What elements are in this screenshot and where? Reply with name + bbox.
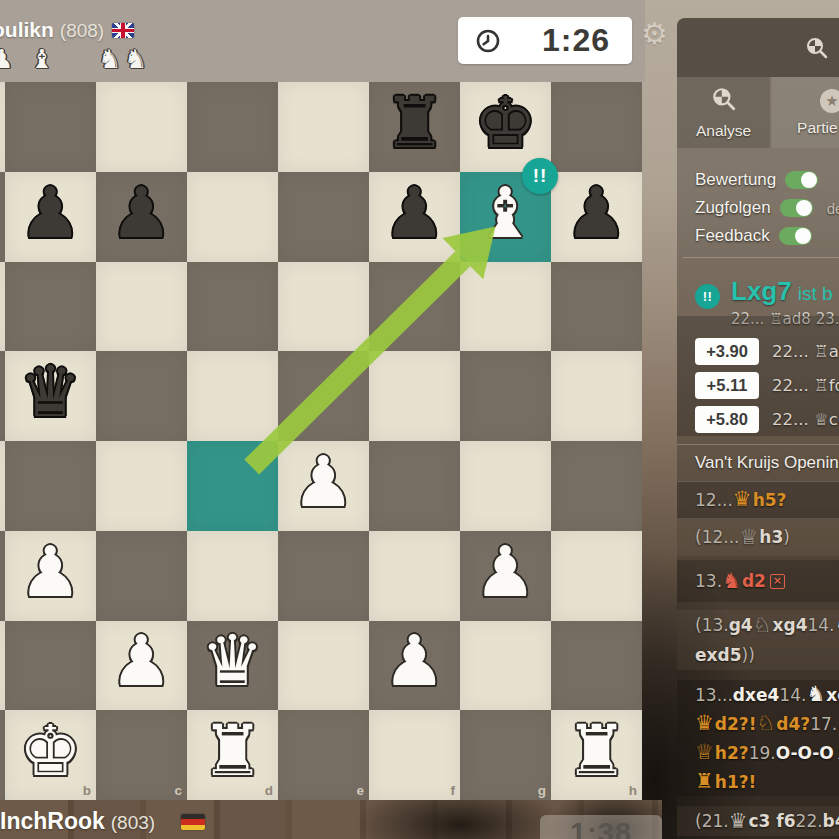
chess-board: ♜♚♟♟♟♝♟♛♟♟♟♟♛♟ab♚cd♜efgh♜ !! xyxy=(0,82,642,800)
move-token: d2 xyxy=(742,571,766,591)
move-line-main[interactable]: 12... ♛h5? xyxy=(677,481,839,518)
white-pawn-f2[interactable]: ♟ xyxy=(383,626,446,696)
white-rook-d1[interactable]: ♜ xyxy=(201,716,264,786)
eval-row-1[interactable]: +5.1122... ♖fd8 23 xyxy=(677,368,839,402)
square-c6[interactable] xyxy=(96,262,187,352)
piece-figurine: ♘ xyxy=(756,713,775,734)
square-h6[interactable] xyxy=(551,262,642,352)
square-c2[interactable]: ♟ xyxy=(96,621,187,711)
square-d3[interactable] xyxy=(187,531,278,621)
piece-figurine: ♛ xyxy=(695,713,714,734)
piece-figurine: ♞ xyxy=(722,571,741,592)
panel-tabs: Analyse ★ Partie noc xyxy=(677,77,839,148)
player-top-rating: (808) xyxy=(60,20,104,41)
square-d4[interactable] xyxy=(187,441,278,531)
white-pawn-g3[interactable]: ♟ xyxy=(474,537,537,607)
square-e6[interactable] xyxy=(278,262,369,352)
square-h5[interactable] xyxy=(551,351,642,441)
toggle-switch-zugfolgen[interactable] xyxy=(780,199,813,217)
panel-header xyxy=(677,18,839,77)
eval-line-moves: 22... ♖ad8 23 xyxy=(772,342,839,361)
toggle-switch-feedback[interactable] xyxy=(779,227,812,245)
piece-figurine: ♜ xyxy=(695,771,714,792)
move-token: h3 xyxy=(759,527,783,547)
flag-gb-icon xyxy=(112,23,134,38)
square-h1[interactable]: h♜ xyxy=(551,710,642,800)
move-token: d2?! xyxy=(715,714,757,734)
move-token: 17. xyxy=(810,714,837,734)
toggle-settings: BewertungZugfolgendepFeedback xyxy=(695,166,839,250)
square-b5[interactable]: ♛ xyxy=(5,351,96,441)
coord-file-d: d xyxy=(265,783,273,798)
piece-figurine: ♘ xyxy=(753,615,772,636)
settings-gear-icon[interactable]: ⚙ xyxy=(641,16,668,51)
opening-name-row: Van't Kruijs Opening xyxy=(677,444,839,482)
toggle-row-zugfolgen: Zugfolgendep xyxy=(695,194,839,222)
square-f5[interactable] xyxy=(369,351,460,441)
coord-file-g: g xyxy=(538,783,546,798)
black-pawn-b7[interactable]: ♟ xyxy=(19,178,82,248)
toggle-row-feedback: Feedback xyxy=(695,222,839,250)
clock-top-time: 1:26 xyxy=(501,22,632,59)
best-move-comment: ist b xyxy=(798,283,833,304)
square-e4[interactable]: ♟ xyxy=(278,441,369,531)
square-g4[interactable] xyxy=(460,441,551,531)
square-g3[interactable]: ♟ xyxy=(460,531,551,621)
toggle-label: Bewertung xyxy=(695,170,776,190)
move-line-variation[interactable]: (13. g4 ♘xg4 14. ♞ xyxy=(677,610,839,640)
white-pawn-b3[interactable]: ♟ xyxy=(19,537,82,607)
move-token: h5? xyxy=(753,490,787,510)
black-pawn-f7[interactable]: ♟ xyxy=(383,178,446,248)
square-b3[interactable]: ♟ xyxy=(5,531,96,621)
move-token: xe4 xyxy=(826,685,839,705)
captured-white-bishop-icon: ♝ xyxy=(30,44,53,74)
move-token: h2? xyxy=(715,743,749,763)
square-h4[interactable] xyxy=(551,441,642,531)
black-pawn-h7[interactable]: ♟ xyxy=(565,178,628,248)
move-line-main[interactable]: ♕h2? 19. O-O-O ♗ xyxy=(677,738,839,767)
coord-file-e: e xyxy=(356,783,364,798)
captured-white-pawn-icon: ♟ xyxy=(0,44,13,74)
player-top-name: oulikn xyxy=(0,18,54,41)
flag-de-icon xyxy=(181,814,205,830)
player-top: oulikn(808) xyxy=(0,18,134,42)
eval-row-0[interactable]: +3.9022... ♖ad8 23 xyxy=(677,334,839,368)
tab-game-notes-label: Partie noc xyxy=(797,119,839,137)
square-f3[interactable] xyxy=(369,531,460,621)
coord-file-f: f xyxy=(451,783,456,798)
square-b8[interactable] xyxy=(5,82,96,172)
move-line-variation[interactable]: (21. ♛c3 f6 22. b4) xyxy=(677,806,839,836)
square-c7[interactable]: ♟ xyxy=(96,172,187,262)
move-token: )) xyxy=(742,645,755,665)
move-token: xg4 xyxy=(773,615,808,635)
square-b4[interactable] xyxy=(5,441,96,531)
black-pawn-c7[interactable]: ♟ xyxy=(110,178,173,248)
square-e7[interactable] xyxy=(278,172,369,262)
move-token: d4? xyxy=(776,714,810,734)
square-f4[interactable] xyxy=(369,441,460,531)
square-e8[interactable] xyxy=(278,82,369,172)
square-h2[interactable] xyxy=(551,621,642,711)
move-token: exd5 xyxy=(695,645,742,665)
square-g5[interactable] xyxy=(460,351,551,441)
square-f1[interactable]: f xyxy=(369,710,460,800)
square-b6[interactable] xyxy=(5,262,96,352)
square-f8[interactable]: ♜ xyxy=(369,82,460,172)
square-c5[interactable] xyxy=(96,351,187,441)
white-pawn-c2[interactable]: ♟ xyxy=(110,626,173,696)
move-token: g4 xyxy=(729,615,753,635)
square-g1[interactable]: g xyxy=(460,710,551,800)
move-line-main[interactable]: ♛d2?! ♘d4? 17. ♞ xyxy=(677,709,839,738)
move-token: 22. xyxy=(796,811,823,831)
clock-top: 1:26 xyxy=(458,17,632,64)
square-d7[interactable] xyxy=(187,172,278,262)
clock-bottom: 1:38 xyxy=(540,815,662,839)
piece-figurine: ♛ xyxy=(729,811,748,832)
square-b7[interactable]: ♟ xyxy=(5,172,96,262)
black-rook-f8[interactable]: ♜ xyxy=(383,88,446,158)
square-d6[interactable] xyxy=(187,262,278,352)
tab-analyse[interactable]: Analyse xyxy=(677,77,770,148)
move-token: 14. xyxy=(807,615,834,635)
toggle-knob xyxy=(795,228,811,244)
move-line-main[interactable]: 13... dxe4 14. ♞xe4 xyxy=(677,680,839,709)
square-h3[interactable] xyxy=(551,531,642,621)
move-token: 13. xyxy=(695,571,722,591)
tab-analyse-label: Analyse xyxy=(696,122,751,140)
black-queen-b5[interactable]: ♛ xyxy=(19,357,82,427)
square-d8[interactable] xyxy=(187,82,278,172)
app-window: oulikn(808) ♟♝♞♞ 1:26 ⚙ ♜♚♟♟♟♝♟♛♟♟♟♟♛♟ab… xyxy=(0,0,839,839)
piece-figurine: ♞ xyxy=(835,615,839,636)
square-e1[interactable]: e xyxy=(278,710,369,800)
square-c1[interactable]: c xyxy=(96,710,187,800)
toggle-label: Feedback xyxy=(695,226,770,246)
square-g6[interactable] xyxy=(460,262,551,352)
analysis-panel: Analyse ★ Partie noc BewertungZugfolgend… xyxy=(677,18,839,839)
move-list: 12... ♛h5?(12... ♕h3)13. ♞d2×(13. g4 ♘xg… xyxy=(677,481,839,836)
star-icon: ★ xyxy=(820,89,839,113)
square-h7[interactable]: ♟ xyxy=(551,172,642,262)
white-queen-d2[interactable]: ♛ xyxy=(201,626,264,696)
captured-white-knight-icon: ♞ xyxy=(98,44,121,74)
analysis-icon xyxy=(711,86,737,116)
square-f2[interactable]: ♟ xyxy=(369,621,460,711)
move-token: dxe4 xyxy=(733,685,780,705)
piece-figurine: ♗ xyxy=(834,742,839,763)
eval-line-moves: 22... ♕c6 23. xyxy=(772,410,839,429)
move-token: 13... xyxy=(695,685,733,705)
square-c8[interactable] xyxy=(96,82,187,172)
eval-row-2[interactable]: +5.8022... ♕c6 23. xyxy=(677,402,839,436)
toggle-row-bewertung: Bewertung xyxy=(695,166,839,194)
brilliant-move-badge: !! xyxy=(522,158,558,194)
move-token: 12... xyxy=(695,490,733,510)
eval-score-badge: +5.80 xyxy=(695,406,759,433)
move-token: O-O-O xyxy=(776,743,834,763)
square-b2[interactable] xyxy=(5,621,96,711)
move-line-main[interactable]: 13. ♞d2× xyxy=(677,560,839,602)
square-f7[interactable]: ♟ xyxy=(369,172,460,262)
move-token: (13. xyxy=(695,615,729,635)
move-token: 14. xyxy=(779,685,806,705)
move-line-main[interactable]: ♜h1?! xyxy=(677,767,839,796)
square-g2[interactable] xyxy=(460,621,551,711)
move-line-variation[interactable]: (12... ♕h3) xyxy=(677,518,839,556)
engine-eval-list: +3.9022... ♖ad8 23+5.1122... ♖fd8 23+5.8… xyxy=(677,316,839,436)
black-king-g8[interactable]: ♚ xyxy=(474,88,537,158)
tab-game-notes[interactable]: ★ Partie noc xyxy=(772,77,839,148)
toggle-knob xyxy=(801,172,817,188)
opening-name: Van't Kruijs Opening xyxy=(677,453,839,473)
move-token: 19. xyxy=(749,743,776,763)
clock-icon xyxy=(475,28,501,54)
toggle-switch-bewertung[interactable] xyxy=(785,171,818,189)
annotation-box-icon: × xyxy=(770,574,785,589)
white-pawn-e4[interactable]: ♟ xyxy=(292,447,355,517)
coord-file-c: c xyxy=(174,783,182,798)
square-e3[interactable] xyxy=(278,531,369,621)
toggle-suffix: dep xyxy=(827,200,839,217)
divider xyxy=(683,257,839,258)
piece-figurine: ♕ xyxy=(695,742,714,763)
move-token: (12... xyxy=(695,527,739,547)
player-bottom-rating: (803) xyxy=(111,812,155,833)
white-king-b1[interactable]: ♚ xyxy=(19,716,82,786)
piece-figurine: ♕ xyxy=(739,527,758,548)
piece-figurine: ♛ xyxy=(733,489,752,510)
move-line-variation[interactable]: exd5)) xyxy=(677,640,839,670)
analysis-icon[interactable] xyxy=(805,36,829,64)
square-d5[interactable] xyxy=(187,351,278,441)
square-d2[interactable]: ♛ xyxy=(187,621,278,711)
eval-line-moves: 22... ♖fd8 23 xyxy=(772,376,839,395)
move-token: b4 xyxy=(823,811,839,831)
square-d1[interactable]: d♜ xyxy=(187,710,278,800)
move-token: (21. xyxy=(695,811,729,831)
white-rook-h1[interactable]: ♜ xyxy=(565,716,628,786)
coord-file-h: h xyxy=(629,783,637,798)
player-bottom: InchRook(803) xyxy=(0,808,205,835)
move-token: ) xyxy=(783,527,790,547)
move-token: c3 f6 xyxy=(749,811,796,831)
toggle-label: Zugfolgen xyxy=(695,198,771,218)
move-token: h1?! xyxy=(715,772,757,792)
clock-bottom-time: 1:38 xyxy=(570,817,632,839)
captured-white-knight-icon: ♞ xyxy=(124,44,147,74)
player-bottom-name: InchRook xyxy=(0,808,105,834)
eval-score-badge: +3.90 xyxy=(695,338,759,365)
square-e5[interactable] xyxy=(278,351,369,441)
eval-score-badge: +5.11 xyxy=(695,372,759,399)
best-move-san: Lxg7 xyxy=(731,276,792,306)
square-f6[interactable] xyxy=(369,262,460,352)
square-b1[interactable]: b♚ xyxy=(5,710,96,800)
coord-file-b: b xyxy=(83,783,91,798)
toggle-knob xyxy=(796,200,812,216)
square-h8[interactable] xyxy=(551,82,642,172)
square-c3[interactable] xyxy=(96,531,187,621)
square-e2[interactable] xyxy=(278,621,369,711)
piece-figurine: ♞ xyxy=(806,684,825,705)
brilliant-badge-small: !! xyxy=(695,284,720,309)
square-c4[interactable] xyxy=(96,441,187,531)
